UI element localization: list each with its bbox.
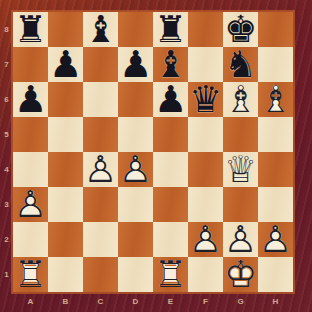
square-c1[interactable] <box>83 257 118 292</box>
square-g7[interactable]: ♞ <box>223 47 258 82</box>
square-h6[interactable]: ♝♗ <box>258 82 293 117</box>
rank-label-5: 5 <box>0 117 13 152</box>
square-d6[interactable] <box>118 82 153 117</box>
square-e2[interactable] <box>153 222 188 257</box>
square-d7[interactable]: ♟ <box>118 47 153 82</box>
square-d1[interactable] <box>118 257 153 292</box>
white-pawn[interactable]: ♙ <box>223 222 258 257</box>
square-f6[interactable]: ♛ <box>188 82 223 117</box>
square-h3[interactable] <box>258 187 293 222</box>
white-queen[interactable]: ♕ <box>223 152 258 187</box>
rank-label-3: 3 <box>0 187 13 222</box>
rank-label-8: 8 <box>0 12 13 47</box>
square-a6[interactable]: ♟ <box>13 82 48 117</box>
square-a5[interactable] <box>13 117 48 152</box>
square-e1[interactable]: ♜♖ <box>153 257 188 292</box>
square-b1[interactable] <box>48 257 83 292</box>
white-king[interactable]: ♔ <box>223 257 258 292</box>
square-a8[interactable]: ♜ <box>13 12 48 47</box>
rank-label-1: 1 <box>0 257 13 292</box>
white-pawn[interactable]: ♙ <box>83 152 118 187</box>
square-g8[interactable]: ♚ <box>223 12 258 47</box>
square-h1[interactable] <box>258 257 293 292</box>
white-rook[interactable]: ♖ <box>153 257 188 292</box>
square-g1[interactable]: ♚♔ <box>223 257 258 292</box>
square-a7[interactable] <box>13 47 48 82</box>
rank-labels: 87654321 <box>0 12 13 292</box>
white-pawn[interactable]: ♙ <box>118 152 153 187</box>
square-h8[interactable] <box>258 12 293 47</box>
square-f8[interactable] <box>188 12 223 47</box>
square-b8[interactable] <box>48 12 83 47</box>
file-labels: ABCDEFGH <box>13 293 293 312</box>
square-g2[interactable]: ♟♙ <box>223 222 258 257</box>
black-pawn[interactable]: ♟ <box>48 47 83 82</box>
square-g6[interactable]: ♝♗ <box>223 82 258 117</box>
square-g3[interactable] <box>223 187 258 222</box>
square-b5[interactable] <box>48 117 83 152</box>
square-b2[interactable] <box>48 222 83 257</box>
square-f2[interactable]: ♟♙ <box>188 222 223 257</box>
file-label-h: H <box>258 293 293 312</box>
black-knight[interactable]: ♞ <box>223 47 258 82</box>
square-b3[interactable] <box>48 187 83 222</box>
square-h7[interactable] <box>258 47 293 82</box>
square-c3[interactable] <box>83 187 118 222</box>
white-rook[interactable]: ♖ <box>13 257 48 292</box>
file-label-c: C <box>83 293 118 312</box>
white-bishop[interactable]: ♗ <box>223 82 258 117</box>
black-king[interactable]: ♚ <box>223 12 258 47</box>
square-f3[interactable] <box>188 187 223 222</box>
square-b6[interactable] <box>48 82 83 117</box>
square-a4[interactable] <box>13 152 48 187</box>
file-label-a: A <box>13 293 48 312</box>
file-label-f: F <box>188 293 223 312</box>
black-pawn[interactable]: ♟ <box>118 47 153 82</box>
rank-label-7: 7 <box>0 47 13 82</box>
square-e6[interactable]: ♟ <box>153 82 188 117</box>
square-e3[interactable] <box>153 187 188 222</box>
square-g4[interactable]: ♛♕ <box>223 152 258 187</box>
square-d8[interactable] <box>118 12 153 47</box>
square-a1[interactable]: ♜♖ <box>13 257 48 292</box>
chess-board-frame: 87654321 ♜♝♜♚♟♟♝♞♟♟♛♝♗♝♗♟♙♟♙♛♕♟♙♟♙♟♙♟♙♜♖… <box>0 0 312 312</box>
square-d2[interactable] <box>118 222 153 257</box>
square-f1[interactable] <box>188 257 223 292</box>
file-label-d: D <box>118 293 153 312</box>
square-d5[interactable] <box>118 117 153 152</box>
black-pawn[interactable]: ♟ <box>153 82 188 117</box>
square-e5[interactable] <box>153 117 188 152</box>
file-label-e: E <box>153 293 188 312</box>
rank-label-2: 2 <box>0 222 13 257</box>
square-c2[interactable] <box>83 222 118 257</box>
square-f7[interactable] <box>188 47 223 82</box>
white-pawn[interactable]: ♙ <box>13 187 48 222</box>
square-e7[interactable]: ♝ <box>153 47 188 82</box>
square-h4[interactable] <box>258 152 293 187</box>
square-a2[interactable] <box>13 222 48 257</box>
white-bishop[interactable]: ♗ <box>258 82 293 117</box>
square-e8[interactable]: ♜ <box>153 12 188 47</box>
square-a3[interactable]: ♟♙ <box>13 187 48 222</box>
file-label-g: G <box>223 293 258 312</box>
rank-label-6: 6 <box>0 82 13 117</box>
square-e4[interactable] <box>153 152 188 187</box>
square-h5[interactable] <box>258 117 293 152</box>
white-pawn[interactable]: ♙ <box>188 222 223 257</box>
square-c5[interactable] <box>83 117 118 152</box>
square-b7[interactable]: ♟ <box>48 47 83 82</box>
file-label-b: B <box>48 293 83 312</box>
square-c4[interactable]: ♟♙ <box>83 152 118 187</box>
square-g5[interactable] <box>223 117 258 152</box>
black-rook[interactable]: ♜ <box>153 12 188 47</box>
square-d4[interactable]: ♟♙ <box>118 152 153 187</box>
square-f5[interactable] <box>188 117 223 152</box>
square-f4[interactable] <box>188 152 223 187</box>
square-b4[interactable] <box>48 152 83 187</box>
rank-label-4: 4 <box>0 152 13 187</box>
square-h2[interactable]: ♟♙ <box>258 222 293 257</box>
black-pawn[interactable]: ♟ <box>13 82 48 117</box>
square-d3[interactable] <box>118 187 153 222</box>
black-bishop[interactable]: ♝ <box>83 12 118 47</box>
square-c6[interactable] <box>83 82 118 117</box>
black-rook[interactable]: ♜ <box>13 12 48 47</box>
white-pawn[interactable]: ♙ <box>258 222 293 257</box>
black-queen[interactable]: ♛ <box>188 82 223 117</box>
square-c7[interactable] <box>83 47 118 82</box>
chess-board[interactable]: ♜♝♜♚♟♟♝♞♟♟♛♝♗♝♗♟♙♟♙♛♕♟♙♟♙♟♙♟♙♜♖♜♖♚♔ <box>13 12 293 292</box>
black-bishop[interactable]: ♝ <box>153 47 188 82</box>
square-c8[interactable]: ♝ <box>83 12 118 47</box>
